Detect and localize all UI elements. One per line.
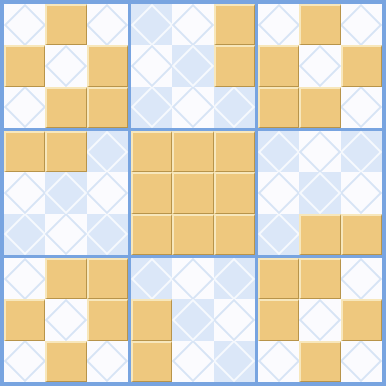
diamond-icon <box>45 214 86 255</box>
cell-r6c7[interactable] <box>258 214 299 255</box>
cell-r4c2 <box>45 131 86 172</box>
diamond-icon <box>87 341 128 382</box>
cell-r7c9[interactable] <box>341 258 382 299</box>
cell-r8c3 <box>87 299 128 340</box>
cell-r5c7[interactable] <box>258 172 299 213</box>
cell-r6c1[interactable] <box>4 214 45 255</box>
cell-r7c6[interactable] <box>214 258 255 299</box>
diamond-icon <box>172 4 213 45</box>
cell-r2c2[interactable] <box>45 45 86 86</box>
cell-r5c1[interactable] <box>4 172 45 213</box>
diamond-icon <box>299 172 340 213</box>
diamond-icon <box>299 131 340 172</box>
cell-r4c7[interactable] <box>258 131 299 172</box>
diamond-icon <box>172 299 213 340</box>
cell-r8c5[interactable] <box>172 299 213 340</box>
cell-r3c2 <box>45 87 86 128</box>
cell-r7c5[interactable] <box>172 258 213 299</box>
cell-r6c5 <box>172 214 213 255</box>
diamond-icon <box>214 258 255 299</box>
cell-r4c4 <box>131 131 172 172</box>
cell-r7c2 <box>45 258 86 299</box>
cell-r3c9[interactable] <box>341 87 382 128</box>
cell-r4c9[interactable] <box>341 131 382 172</box>
diamond-icon <box>258 131 299 172</box>
cell-r5c4 <box>131 172 172 213</box>
diamond-icon <box>131 258 172 299</box>
cell-r4c6 <box>214 131 255 172</box>
cell-r6c8 <box>299 214 340 255</box>
diamond-icon <box>258 172 299 213</box>
cell-r8c2[interactable] <box>45 299 86 340</box>
cell-r9c3[interactable] <box>87 341 128 382</box>
cell-r7c7 <box>258 258 299 299</box>
cell-r8c7 <box>258 299 299 340</box>
cell-r8c1 <box>4 299 45 340</box>
cell-r1c9[interactable] <box>341 4 382 45</box>
cell-r9c7[interactable] <box>258 341 299 382</box>
box-3-3 <box>258 258 382 382</box>
cell-r3c3 <box>87 87 128 128</box>
diamond-icon <box>45 45 86 86</box>
cell-r5c2[interactable] <box>45 172 86 213</box>
cell-r9c5[interactable] <box>172 341 213 382</box>
cell-r3c7 <box>258 87 299 128</box>
cell-r7c1[interactable] <box>4 258 45 299</box>
cell-r5c8[interactable] <box>299 172 340 213</box>
cell-r6c2[interactable] <box>45 214 86 255</box>
cell-r1c2 <box>45 4 86 45</box>
cell-r6c4 <box>131 214 172 255</box>
cell-r3c1[interactable] <box>4 87 45 128</box>
box-1-3 <box>258 4 382 128</box>
diamond-icon <box>4 87 45 128</box>
diamond-icon <box>341 4 382 45</box>
cell-r2c9 <box>341 45 382 86</box>
cell-r9c2 <box>45 341 86 382</box>
cell-r4c8[interactable] <box>299 131 340 172</box>
diamond-icon <box>87 214 128 255</box>
box-3-2 <box>131 258 255 382</box>
cell-r2c1 <box>4 45 45 86</box>
cell-r6c3[interactable] <box>87 214 128 255</box>
cell-r2c7 <box>258 45 299 86</box>
diamond-icon <box>341 341 382 382</box>
cell-r9c1[interactable] <box>4 341 45 382</box>
diamond-icon <box>131 87 172 128</box>
diamond-icon <box>4 258 45 299</box>
diamond-icon <box>4 214 45 255</box>
cell-r5c5 <box>172 172 213 213</box>
cell-r5c3[interactable] <box>87 172 128 213</box>
cell-r9c6[interactable] <box>214 341 255 382</box>
cell-r3c6[interactable] <box>214 87 255 128</box>
cell-r4c3[interactable] <box>87 131 128 172</box>
diamond-icon <box>4 172 45 213</box>
cell-r1c8 <box>299 4 340 45</box>
diamond-icon <box>131 4 172 45</box>
cell-r7c3 <box>87 258 128 299</box>
cell-r1c1[interactable] <box>4 4 45 45</box>
cell-r3c5[interactable] <box>172 87 213 128</box>
diamond-icon <box>299 299 340 340</box>
box-3-1 <box>4 258 128 382</box>
cell-r6c9 <box>341 214 382 255</box>
diamond-icon <box>299 45 340 86</box>
cell-r2c4[interactable] <box>131 45 172 86</box>
cell-r3c8 <box>299 87 340 128</box>
cell-r9c9[interactable] <box>341 341 382 382</box>
diamond-icon <box>45 299 86 340</box>
cell-r6c6 <box>214 214 255 255</box>
cell-r9c8 <box>299 341 340 382</box>
cell-r1c7[interactable] <box>258 4 299 45</box>
cell-r9c4 <box>131 341 172 382</box>
diamond-icon <box>87 131 128 172</box>
diamond-icon <box>214 341 255 382</box>
box-2-1 <box>4 131 128 255</box>
cell-r5c9[interactable] <box>341 172 382 213</box>
cell-r1c4[interactable] <box>131 4 172 45</box>
diamond-icon <box>341 172 382 213</box>
diamond-icon <box>4 341 45 382</box>
cell-r7c4[interactable] <box>131 258 172 299</box>
cell-r8c9 <box>341 299 382 340</box>
cell-r1c3[interactable] <box>87 4 128 45</box>
cell-r5c6 <box>214 172 255 213</box>
diamond-icon <box>172 87 213 128</box>
diamond-icon <box>258 4 299 45</box>
diamond-icon <box>341 258 382 299</box>
cell-r2c5[interactable] <box>172 45 213 86</box>
cell-r2c3 <box>87 45 128 86</box>
sudoku-board <box>0 0 386 386</box>
box-1-1 <box>4 4 128 128</box>
diamond-icon <box>131 45 172 86</box>
box-2-3 <box>258 131 382 255</box>
cell-r8c8[interactable] <box>299 299 340 340</box>
diamond-icon <box>214 87 255 128</box>
cell-r2c6 <box>214 45 255 86</box>
diamond-icon <box>258 341 299 382</box>
cell-r4c5 <box>172 131 213 172</box>
cell-r2c8[interactable] <box>299 45 340 86</box>
diamond-icon <box>172 341 213 382</box>
diamond-icon <box>258 214 299 255</box>
box-1-2 <box>131 4 255 128</box>
cell-r8c4 <box>131 299 172 340</box>
diamond-icon <box>172 258 213 299</box>
diamond-icon <box>4 4 45 45</box>
diamond-icon <box>45 172 86 213</box>
diamond-icon <box>341 131 382 172</box>
cell-r3c4[interactable] <box>131 87 172 128</box>
cell-r7c8 <box>299 258 340 299</box>
cell-r4c1 <box>4 131 45 172</box>
cell-r8c6[interactable] <box>214 299 255 340</box>
diamond-icon <box>87 4 128 45</box>
diamond-icon <box>87 172 128 213</box>
cell-r1c6 <box>214 4 255 45</box>
diamond-icon <box>341 87 382 128</box>
cell-r1c5[interactable] <box>172 4 213 45</box>
box-2-2 <box>131 131 255 255</box>
diamond-icon <box>172 45 213 86</box>
diamond-icon <box>214 299 255 340</box>
